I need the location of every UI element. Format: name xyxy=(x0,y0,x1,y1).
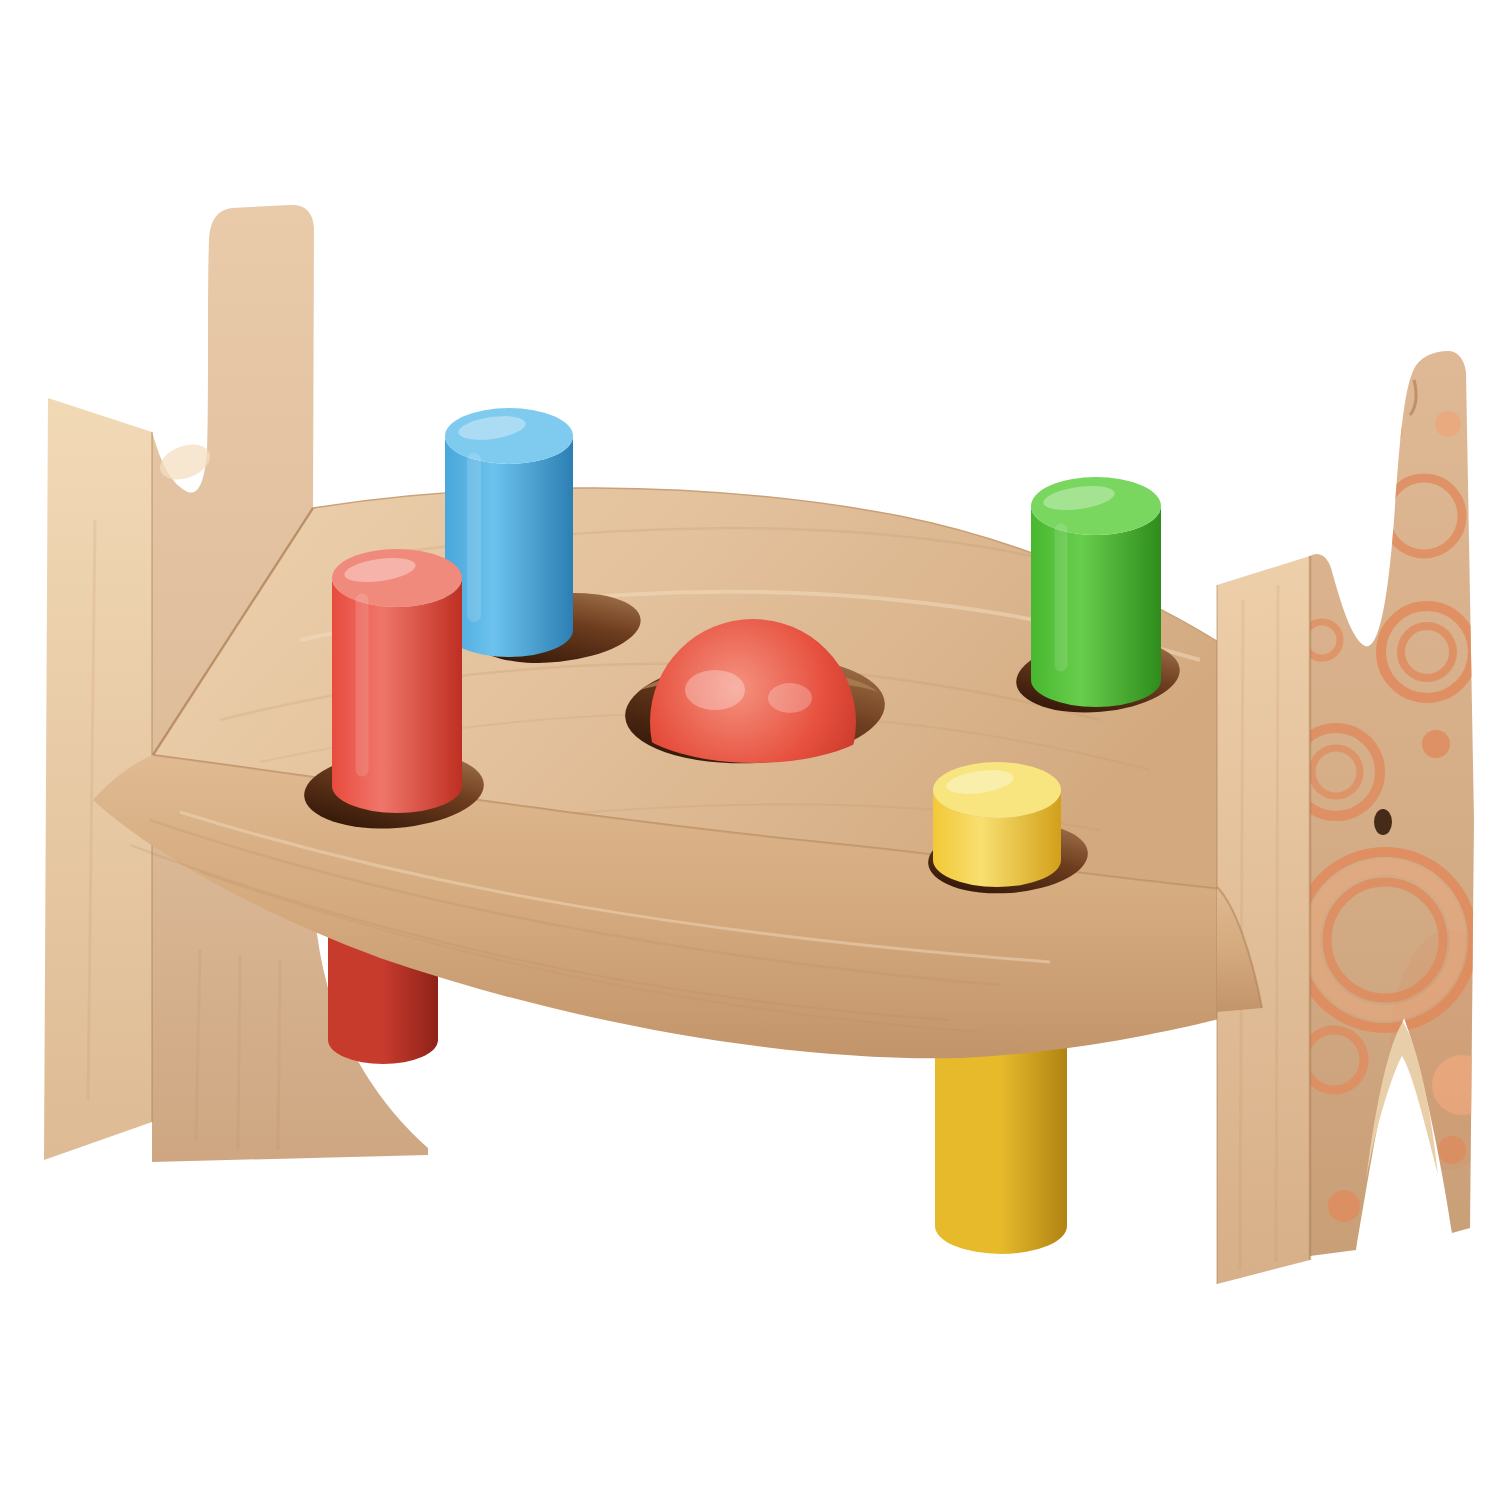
pattern-circle xyxy=(1328,1190,1360,1222)
peg-green xyxy=(1031,477,1161,707)
peg-red-body xyxy=(332,578,462,813)
right-panel-pivot-hole xyxy=(1374,809,1392,835)
peg-yellow-bottom-tip xyxy=(935,1038,1067,1254)
peg-blue xyxy=(445,408,573,657)
ball-highlight-right xyxy=(768,683,812,713)
product-photo-pounding-bench xyxy=(0,0,1500,1500)
ball-highlight-left xyxy=(685,670,745,710)
peg-yellow xyxy=(933,762,1061,887)
peg-green-body xyxy=(1031,506,1161,707)
pattern-circle xyxy=(1438,1136,1466,1164)
pattern-circle xyxy=(1422,730,1450,758)
peg-red xyxy=(332,549,462,813)
peg-blue-body xyxy=(445,436,573,657)
pattern-circle xyxy=(1435,411,1461,437)
